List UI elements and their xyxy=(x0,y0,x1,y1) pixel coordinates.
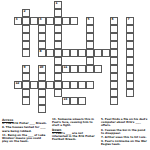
grid-cell-1-2[interactable] xyxy=(22,17,30,25)
cell-number-12: 12 xyxy=(16,82,20,86)
grid-cell-10-8[interactable] xyxy=(94,65,102,73)
grid-cell-6-6[interactable] xyxy=(62,49,70,57)
grid-cell-12-12[interactable] xyxy=(110,97,118,105)
grid-cell-14-10[interactable] xyxy=(126,81,134,89)
grid-cell-9-10[interactable] xyxy=(86,81,94,89)
clue-down-5: 5. Paul finds a file on his dad's comput… xyxy=(101,118,148,128)
grid-cell-5-1[interactable] xyxy=(54,9,62,17)
clue-column-1: Across3. The Erik Fisher ____ Dream.8. T… xyxy=(2,118,48,144)
grid-cell-14-6[interactable] xyxy=(126,49,134,57)
grid-cell-7-8[interactable] xyxy=(70,65,78,73)
grid-cell-0-2[interactable]: 3 xyxy=(14,17,22,25)
grid-cell-1-6[interactable] xyxy=(22,49,30,57)
grid-cell-1-4[interactable] xyxy=(22,33,30,41)
grid-cell-3-4[interactable] xyxy=(38,33,46,41)
grid-cell-5-4[interactable] xyxy=(54,33,62,41)
cell-number-10: 10 xyxy=(40,66,44,70)
grid-cell-3-8[interactable]: 10 xyxy=(38,65,46,73)
grid-cell-3-3[interactable] xyxy=(38,25,46,33)
grid-cell-3-2[interactable]: 4 xyxy=(38,17,46,25)
grid-cell-8-8[interactable] xyxy=(78,65,86,73)
grid-cell-3-13[interactable] xyxy=(38,105,46,113)
cell-number-11: 11 xyxy=(64,66,68,70)
grid-cell-11-6[interactable] xyxy=(102,49,110,57)
grid-cell-0-10[interactable]: 12 xyxy=(14,81,22,89)
crossword-grid: 12345678910111213 xyxy=(14,1,134,113)
cell-number-13: 13 xyxy=(64,98,68,102)
crossword-puzzle-page: 12345678910111213 Across3. The Erik Fish… xyxy=(0,0,150,150)
grid-cell-5-7[interactable] xyxy=(54,57,62,65)
grid-cell-2-2[interactable] xyxy=(30,17,38,25)
grid-cell-1-12[interactable] xyxy=(22,97,30,105)
cell-number-3: 3 xyxy=(16,18,18,22)
grid-cell-6-10[interactable] xyxy=(62,81,70,89)
grid-cell-4-6[interactable] xyxy=(46,49,54,57)
grid-cell-3-6[interactable]: 8 xyxy=(38,49,46,57)
grid-cell-12-11[interactable] xyxy=(110,89,118,97)
cell-number-2: 2 xyxy=(24,10,26,14)
grid-cell-1-3[interactable] xyxy=(22,25,30,33)
grid-cell-8-10[interactable] xyxy=(78,81,86,89)
grid-cell-9-4[interactable] xyxy=(86,33,94,41)
grid-cell-14-11[interactable] xyxy=(126,89,134,97)
grid-cell-14-4[interactable] xyxy=(126,33,134,41)
grid-cell-1-8[interactable]: 9 xyxy=(22,65,30,73)
grid-cell-14-5[interactable] xyxy=(126,41,134,49)
grid-cell-3-11[interactable] xyxy=(38,89,46,97)
grid-cell-14-2[interactable]: 7 xyxy=(126,17,134,25)
grid-cell-9-7[interactable] xyxy=(86,57,94,65)
grid-cell-12-5[interactable] xyxy=(110,41,118,49)
grid-cell-1-11[interactable] xyxy=(22,89,30,97)
grid-cell-5-2[interactable] xyxy=(54,17,62,25)
grid-cell-3-5[interactable] xyxy=(38,41,46,49)
clue-across-8: 8. The houses tented for ____ were being… xyxy=(2,126,48,132)
grid-cell-9-5[interactable] xyxy=(86,41,94,49)
grid-cell-7-6[interactable] xyxy=(70,49,78,57)
grid-cell-14-8[interactable] xyxy=(126,65,134,73)
grid-cell-9-3[interactable] xyxy=(86,25,94,33)
cell-number-8: 8 xyxy=(40,50,42,54)
grid-cell-6-12[interactable]: 13 xyxy=(62,97,70,105)
grid-cell-5-3[interactable] xyxy=(54,25,62,33)
grid-cell-3-10[interactable] xyxy=(38,81,46,89)
grid-cell-4-2[interactable] xyxy=(46,17,54,25)
grid-cell-5-11[interactable] xyxy=(54,89,62,97)
grid-cell-9-2[interactable]: 5 xyxy=(86,17,94,25)
grid-cell-14-7[interactable] xyxy=(126,57,134,65)
grid-cell-5-8[interactable] xyxy=(54,65,62,73)
grid-cell-3-12[interactable] xyxy=(38,97,46,105)
grid-cell-12-7[interactable] xyxy=(110,57,118,65)
grid-cell-8-12[interactable] xyxy=(78,97,86,105)
grid-cell-12-3[interactable] xyxy=(110,25,118,33)
grid-cell-12-8[interactable] xyxy=(110,65,118,73)
grid-cell-12-10[interactable] xyxy=(110,81,118,89)
cell-number-1: 1 xyxy=(56,2,58,6)
clue-down-1: 1. Paul's ____ are not interested in the… xyxy=(52,132,97,142)
grid-cell-7-10[interactable] xyxy=(70,81,78,89)
grid-cell-6-8[interactable]: 11 xyxy=(62,65,70,73)
grid-cell-5-5[interactable] xyxy=(54,41,62,49)
cell-number-7: 7 xyxy=(128,18,130,22)
cell-number-9: 9 xyxy=(24,66,26,70)
clue-column-3: 5. Paul finds a file on his dad's comput… xyxy=(101,118,148,148)
grid-cell-12-2[interactable]: 6 xyxy=(110,17,118,25)
grid-cell-14-9[interactable] xyxy=(126,73,134,81)
grid-cell-9-8[interactable] xyxy=(86,65,94,73)
grid-cell-1-10[interactable] xyxy=(22,81,30,89)
grid-cell-1-9[interactable] xyxy=(22,73,30,81)
grid-cell-3-9[interactable] xyxy=(38,73,46,81)
grid-cell-9-6[interactable] xyxy=(86,49,94,57)
grid-cell-5-10[interactable] xyxy=(54,81,62,89)
grid-cell-7-12[interactable] xyxy=(70,97,78,105)
cell-number-6: 6 xyxy=(112,18,114,22)
grid-cell-8-6[interactable] xyxy=(78,49,86,57)
grid-cell-4-10[interactable] xyxy=(46,81,54,89)
cell-number-5: 5 xyxy=(88,18,90,22)
grid-cell-12-9[interactable] xyxy=(110,73,118,81)
clue-down-9: 9. Paul's nickname on the War Eagles tea… xyxy=(101,140,148,146)
grid-cell-5-0[interactable]: 1 xyxy=(54,1,62,9)
grid-cell-10-6[interactable] xyxy=(94,49,102,57)
grid-cell-5-9[interactable] xyxy=(54,73,62,81)
grid-cell-1-1[interactable]: 2 xyxy=(22,9,30,17)
clue-column-2: 13. Someone smears this in Paul's face, … xyxy=(52,118,97,142)
cell-number-4: 4 xyxy=(40,18,42,22)
clue-across-11: 11. Being on the ____ of Lake Windsor me… xyxy=(2,134,48,144)
grid-cell-12-4[interactable] xyxy=(110,33,118,41)
clue-across-13: 13. Someone smears this in Paul's face, … xyxy=(52,118,97,128)
grid-cell-2-10[interactable] xyxy=(30,81,38,89)
grid-cell-12-6[interactable] xyxy=(110,49,118,57)
grid-cell-5-6[interactable] xyxy=(54,49,62,57)
grid-cell-1-5[interactable] xyxy=(22,41,30,49)
grid-cell-14-3[interactable] xyxy=(126,25,134,33)
grid-cell-6-2[interactable] xyxy=(62,17,70,25)
grid-cell-7-2[interactable] xyxy=(70,17,78,25)
